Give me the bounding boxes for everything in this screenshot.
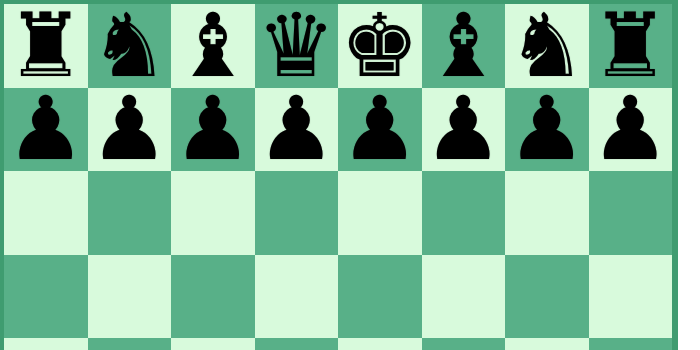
square-g6[interactable]: [505, 171, 589, 255]
black-pawn[interactable]: ♟: [505, 88, 589, 172]
square-c7[interactable]: ♟: [171, 88, 255, 172]
square-d8[interactable]: ♛: [255, 4, 339, 88]
square-f4[interactable]: [422, 338, 506, 350]
square-e5[interactable]: [338, 255, 422, 339]
square-a5[interactable]: [4, 255, 88, 339]
black-rook[interactable]: ♜: [589, 4, 673, 88]
square-c5[interactable]: [171, 255, 255, 339]
black-pawn[interactable]: ♟: [88, 88, 172, 172]
square-d4[interactable]: [255, 338, 339, 350]
square-h4[interactable]: [589, 338, 673, 350]
square-b8[interactable]: ♞: [88, 4, 172, 88]
square-c6[interactable]: [171, 171, 255, 255]
square-g4[interactable]: [505, 338, 589, 350]
square-h7[interactable]: ♟: [589, 88, 673, 172]
square-e8[interactable]: ♚: [338, 4, 422, 88]
black-pawn[interactable]: ♟: [4, 88, 88, 172]
square-e7[interactable]: ♟: [338, 88, 422, 172]
square-e6[interactable]: [338, 171, 422, 255]
screenshot-root: ♜♞♝♛♚♝♞♜♟♟♟♟♟♟♟♟: [0, 0, 700, 350]
square-b4[interactable]: [88, 338, 172, 350]
square-a8[interactable]: ♜: [4, 4, 88, 88]
black-bishop[interactable]: ♝: [422, 4, 506, 88]
square-g5[interactable]: [505, 255, 589, 339]
square-a7[interactable]: ♟: [4, 88, 88, 172]
square-h6[interactable]: [589, 171, 673, 255]
black-knight[interactable]: ♞: [88, 4, 172, 88]
black-queen[interactable]: ♛: [255, 4, 339, 88]
black-pawn[interactable]: ♟: [422, 88, 506, 172]
square-g7[interactable]: ♟: [505, 88, 589, 172]
square-b6[interactable]: [88, 171, 172, 255]
black-bishop[interactable]: ♝: [171, 4, 255, 88]
square-g8[interactable]: ♞: [505, 4, 589, 88]
square-d7[interactable]: ♟: [255, 88, 339, 172]
square-a4[interactable]: [4, 338, 88, 350]
square-b5[interactable]: [88, 255, 172, 339]
square-c4[interactable]: [171, 338, 255, 350]
black-rook[interactable]: ♜: [4, 4, 88, 88]
square-a6[interactable]: [4, 171, 88, 255]
square-c8[interactable]: ♝: [171, 4, 255, 88]
square-f7[interactable]: ♟: [422, 88, 506, 172]
chess-board: ♜♞♝♛♚♝♞♜♟♟♟♟♟♟♟♟: [0, 0, 678, 350]
square-e4[interactable]: [338, 338, 422, 350]
square-b7[interactable]: ♟: [88, 88, 172, 172]
black-pawn[interactable]: ♟: [171, 88, 255, 172]
square-h8[interactable]: ♜: [589, 4, 673, 88]
black-pawn[interactable]: ♟: [589, 88, 673, 172]
square-d6[interactable]: [255, 171, 339, 255]
square-f5[interactable]: [422, 255, 506, 339]
square-f8[interactable]: ♝: [422, 4, 506, 88]
black-knight[interactable]: ♞: [505, 4, 589, 88]
square-h5[interactable]: [589, 255, 673, 339]
square-d5[interactable]: [255, 255, 339, 339]
black-king[interactable]: ♚: [338, 4, 422, 88]
black-pawn[interactable]: ♟: [338, 88, 422, 172]
black-pawn[interactable]: ♟: [255, 88, 339, 172]
square-f6[interactable]: [422, 171, 506, 255]
